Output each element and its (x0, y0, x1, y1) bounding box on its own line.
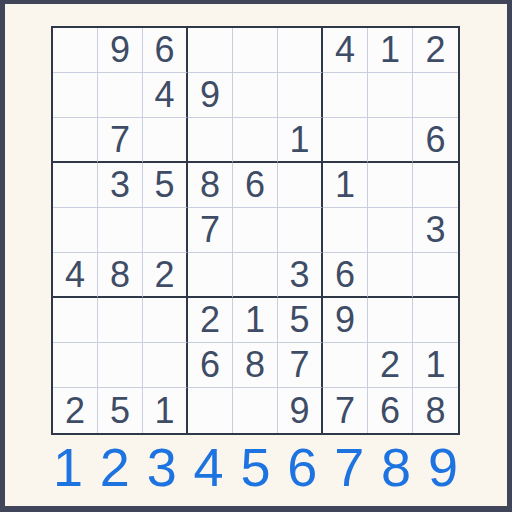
picker-number-2[interactable]: 2 (100, 440, 130, 494)
cell-r1c4[interactable] (188, 28, 233, 73)
cell-r1c1[interactable] (53, 28, 98, 73)
cell-r5c8[interactable] (368, 208, 413, 253)
cell-r9c2[interactable]: 5 (98, 388, 143, 433)
cell-r2c7[interactable] (323, 73, 368, 118)
cell-r9c9[interactable]: 8 (413, 388, 458, 433)
cell-r5c7[interactable] (323, 208, 368, 253)
cell-r3c3[interactable] (143, 118, 188, 163)
cell-r5c9[interactable]: 3 (413, 208, 458, 253)
cell-r3c7[interactable] (323, 118, 368, 163)
cell-r7c6[interactable]: 5 (278, 298, 323, 343)
picker-number-9[interactable]: 9 (428, 440, 458, 494)
picker-number-6[interactable]: 6 (287, 440, 317, 494)
cell-r5c5[interactable] (233, 208, 278, 253)
cell-r4c4[interactable]: 8 (188, 163, 233, 208)
cell-r3c5[interactable] (233, 118, 278, 163)
picker-number-8[interactable]: 8 (381, 440, 411, 494)
cell-r8c8[interactable]: 2 (368, 343, 413, 388)
cell-r1c9[interactable]: 2 (413, 28, 458, 73)
cell-r9c8[interactable]: 6 (368, 388, 413, 433)
cell-r4c2[interactable]: 3 (98, 163, 143, 208)
cell-r8c5[interactable]: 8 (233, 343, 278, 388)
cell-r8c2[interactable] (98, 343, 143, 388)
cell-r2c2[interactable] (98, 73, 143, 118)
cell-r3c9[interactable]: 6 (413, 118, 458, 163)
cell-r3c8[interactable] (368, 118, 413, 163)
cell-r3c6[interactable]: 1 (278, 118, 323, 163)
cell-r7c4[interactable]: 2 (188, 298, 233, 343)
cell-r9c7[interactable]: 7 (323, 388, 368, 433)
cell-r2c6[interactable] (278, 73, 323, 118)
cell-r9c4[interactable] (188, 388, 233, 433)
cell-r2c1[interactable] (53, 73, 98, 118)
picker-number-5[interactable]: 5 (240, 440, 270, 494)
cell-r9c6[interactable]: 9 (278, 388, 323, 433)
cell-r5c4[interactable]: 7 (188, 208, 233, 253)
cell-r7c9[interactable] (413, 298, 458, 343)
picker-number-7[interactable]: 7 (334, 440, 364, 494)
cell-r3c2[interactable]: 7 (98, 118, 143, 163)
cell-r6c2[interactable]: 8 (98, 253, 143, 298)
cell-r8c3[interactable] (143, 343, 188, 388)
cell-r4c3[interactable]: 5 (143, 163, 188, 208)
window-frame: 96412497163586173482362159687212519768 1… (0, 0, 512, 512)
cell-r8c9[interactable]: 1 (413, 343, 458, 388)
cell-r7c8[interactable] (368, 298, 413, 343)
cell-r2c3[interactable]: 4 (143, 73, 188, 118)
cell-r9c3[interactable]: 1 (143, 388, 188, 433)
cell-r7c5[interactable]: 1 (233, 298, 278, 343)
cell-r6c9[interactable] (413, 253, 458, 298)
cell-r6c4[interactable] (188, 253, 233, 298)
cell-r4c8[interactable] (368, 163, 413, 208)
cell-r6c7[interactable]: 6 (323, 253, 368, 298)
cell-r7c1[interactable] (53, 298, 98, 343)
page-background: 96412497163586173482362159687212519768 1… (5, 4, 507, 506)
cell-r5c3[interactable] (143, 208, 188, 253)
cell-r3c1[interactable] (53, 118, 98, 163)
picker-number-1[interactable]: 1 (53, 440, 83, 494)
cell-r1c8[interactable]: 1 (368, 28, 413, 73)
cell-r5c1[interactable] (53, 208, 98, 253)
cell-r5c6[interactable] (278, 208, 323, 253)
cell-r4c5[interactable]: 6 (233, 163, 278, 208)
cell-r8c6[interactable]: 7 (278, 343, 323, 388)
picker-number-3[interactable]: 3 (147, 440, 177, 494)
cell-r4c9[interactable] (413, 163, 458, 208)
cell-r7c2[interactable] (98, 298, 143, 343)
cell-r8c7[interactable] (323, 343, 368, 388)
cell-r6c6[interactable]: 3 (278, 253, 323, 298)
cell-r6c3[interactable]: 2 (143, 253, 188, 298)
number-picker: 123456789 (53, 436, 458, 498)
cell-r3c4[interactable] (188, 118, 233, 163)
cell-r7c7[interactable]: 9 (323, 298, 368, 343)
cell-r2c9[interactable] (413, 73, 458, 118)
cell-r8c4[interactable]: 6 (188, 343, 233, 388)
cell-r1c3[interactable]: 6 (143, 28, 188, 73)
cell-r5c2[interactable] (98, 208, 143, 253)
cell-r7c3[interactable] (143, 298, 188, 343)
cell-r4c7[interactable]: 1 (323, 163, 368, 208)
cell-r1c2[interactable]: 9 (98, 28, 143, 73)
cell-r4c1[interactable] (53, 163, 98, 208)
cell-r6c5[interactable] (233, 253, 278, 298)
cell-r6c8[interactable] (368, 253, 413, 298)
picker-number-4[interactable]: 4 (194, 440, 224, 494)
cell-r2c8[interactable] (368, 73, 413, 118)
cell-r1c7[interactable]: 4 (323, 28, 368, 73)
cell-r6c1[interactable]: 4 (53, 253, 98, 298)
cell-r2c5[interactable] (233, 73, 278, 118)
cell-r1c6[interactable] (278, 28, 323, 73)
sudoku-board: 96412497163586173482362159687212519768 (51, 26, 460, 435)
cell-r8c1[interactable] (53, 343, 98, 388)
cell-r9c1[interactable]: 2 (53, 388, 98, 433)
cell-r1c5[interactable] (233, 28, 278, 73)
cell-r4c6[interactable] (278, 163, 323, 208)
cell-r2c4[interactable]: 9 (188, 73, 233, 118)
cell-r9c5[interactable] (233, 388, 278, 433)
